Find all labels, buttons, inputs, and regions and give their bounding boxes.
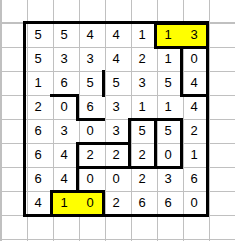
- cell-r8c7[interactable]: 0: [181, 191, 207, 215]
- cell-r7c7[interactable]: 6: [181, 167, 207, 191]
- cell-r1c2[interactable]: 5: [51, 23, 77, 47]
- cell-r7c4[interactable]: 0: [103, 167, 129, 191]
- cell-r5c4[interactable]: 3: [103, 119, 129, 143]
- cell-r6c3[interactable]: 2: [77, 143, 103, 167]
- cell-r5c2[interactable]: 3: [51, 119, 77, 143]
- cell-r2c6[interactable]: 1: [155, 47, 181, 71]
- puzzle-canvas: 5544113533421016553542063114630355264222…: [0, 0, 235, 241]
- cell-r7c5[interactable]: 2: [129, 167, 155, 191]
- cell-r1c7[interactable]: 3: [181, 23, 207, 47]
- cell-r3c6[interactable]: 5: [155, 71, 181, 95]
- cell-r8c2[interactable]: 1: [51, 191, 77, 215]
- cell-r4c1[interactable]: 2: [25, 95, 51, 119]
- cell-r3c7[interactable]: 4: [181, 71, 207, 95]
- cell-r3c5[interactable]: 3: [129, 71, 155, 95]
- cell-r2c7[interactable]: 0: [181, 47, 207, 71]
- cell-r4c3[interactable]: 6: [77, 95, 103, 119]
- cell-grid: 5544113533421016553542063114630355264222…: [25, 23, 207, 215]
- cell-r5c5[interactable]: 5: [129, 119, 155, 143]
- cell-r5c1[interactable]: 6: [25, 119, 51, 143]
- cell-r5c3[interactable]: 0: [77, 119, 103, 143]
- cell-r2c1[interactable]: 5: [25, 47, 51, 71]
- cell-r6c2[interactable]: 4: [51, 143, 77, 167]
- dominosa-board: 5544113533421016553542063114630355264222…: [25, 23, 207, 215]
- cell-r6c4[interactable]: 2: [103, 143, 129, 167]
- cell-r8c1[interactable]: 4: [25, 191, 51, 215]
- cell-r1c1[interactable]: 5: [25, 23, 51, 47]
- cell-r4c4[interactable]: 3: [103, 95, 129, 119]
- cell-r2c2[interactable]: 3: [51, 47, 77, 71]
- cell-r8c3[interactable]: 0: [77, 191, 103, 215]
- cell-r3c1[interactable]: 1: [25, 71, 51, 95]
- cell-r8c5[interactable]: 6: [129, 191, 155, 215]
- cell-r5c7[interactable]: 2: [181, 119, 207, 143]
- cell-r6c6[interactable]: 0: [155, 143, 181, 167]
- cell-r1c3[interactable]: 4: [77, 23, 103, 47]
- cell-r5c6[interactable]: 5: [155, 119, 181, 143]
- cell-r1c4[interactable]: 4: [103, 23, 129, 47]
- cell-r4c5[interactable]: 1: [129, 95, 155, 119]
- cell-r3c2[interactable]: 6: [51, 71, 77, 95]
- cell-r4c6[interactable]: 1: [155, 95, 181, 119]
- cell-r8c6[interactable]: 6: [155, 191, 181, 215]
- cell-r7c6[interactable]: 3: [155, 167, 181, 191]
- cell-r8c4[interactable]: 2: [103, 191, 129, 215]
- cell-r6c7[interactable]: 1: [181, 143, 207, 167]
- cell-r3c3[interactable]: 5: [77, 71, 103, 95]
- cell-r3c4[interactable]: 5: [103, 71, 129, 95]
- cell-r6c5[interactable]: 2: [129, 143, 155, 167]
- cell-r7c2[interactable]: 4: [51, 167, 77, 191]
- cell-r2c3[interactable]: 3: [77, 47, 103, 71]
- cell-r1c5[interactable]: 1: [129, 23, 155, 47]
- cell-r2c5[interactable]: 2: [129, 47, 155, 71]
- cell-r6c1[interactable]: 6: [25, 143, 51, 167]
- cell-r2c4[interactable]: 4: [103, 47, 129, 71]
- cell-r7c3[interactable]: 0: [77, 167, 103, 191]
- cell-r1c6[interactable]: 1: [155, 23, 181, 47]
- cell-r7c1[interactable]: 6: [25, 167, 51, 191]
- cell-r4c2[interactable]: 0: [51, 95, 77, 119]
- cell-r4c7[interactable]: 4: [181, 95, 207, 119]
